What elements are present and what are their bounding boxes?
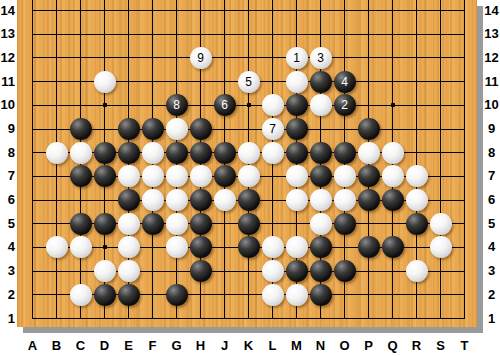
column-label-M: M — [286, 338, 308, 353]
stone-H12[interactable]: 9 — [190, 47, 212, 69]
move-number: 6 — [221, 94, 228, 116]
stone-E6[interactable] — [118, 189, 140, 211]
stone-M4[interactable] — [286, 236, 308, 258]
stone-L2[interactable] — [262, 284, 284, 306]
column-label-A: A — [22, 338, 44, 353]
stone-K11[interactable]: 5 — [238, 71, 260, 93]
stone-J8[interactable] — [214, 142, 236, 164]
stone-M2[interactable] — [286, 284, 308, 306]
stone-O11[interactable]: 4 — [334, 71, 356, 93]
row-label-left-3: 3 — [0, 263, 16, 279]
stone-H7[interactable] — [190, 165, 212, 187]
stone-O3[interactable] — [334, 260, 356, 282]
stone-J7[interactable] — [214, 165, 236, 187]
stone-H4[interactable] — [190, 236, 212, 258]
grid-line-horizontal — [32, 318, 465, 319]
row-label-right-5: 5 — [484, 216, 499, 232]
move-number: 7 — [269, 118, 276, 140]
row-label-right-11: 11 — [484, 74, 499, 90]
move-number: 5 — [245, 71, 252, 93]
stone-C5[interactable] — [70, 213, 92, 235]
grid-line-horizontal — [32, 10, 465, 11]
stone-E4[interactable] — [118, 236, 140, 258]
stone-M7[interactable] — [286, 165, 308, 187]
stone-P7[interactable] — [358, 165, 380, 187]
row-label-right-9: 9 — [484, 121, 499, 137]
row-label-right-2: 2 — [484, 287, 499, 303]
row-label-right-10: 10 — [484, 97, 499, 113]
grid-line-horizontal — [32, 129, 465, 130]
stone-P9[interactable] — [358, 118, 380, 140]
stone-K5[interactable] — [238, 213, 260, 235]
grid-line-horizontal — [32, 34, 465, 35]
column-label-L: L — [262, 338, 284, 353]
stone-E2[interactable] — [118, 284, 140, 306]
stone-N6[interactable] — [310, 189, 332, 211]
row-label-left-5: 5 — [0, 216, 16, 232]
stone-J6[interactable] — [214, 189, 236, 211]
column-label-Q: Q — [382, 338, 404, 353]
go-diagram-screen: 913548627 1413121110987654321 1413121110… — [0, 0, 500, 356]
stone-M3[interactable] — [286, 260, 308, 282]
stone-K6[interactable] — [238, 189, 260, 211]
row-label-right-14: 14 — [484, 3, 499, 19]
stone-L8[interactable] — [262, 142, 284, 164]
star-point — [391, 103, 395, 107]
row-label-left-10: 10 — [0, 97, 16, 113]
stone-D8[interactable] — [94, 142, 116, 164]
move-number: 1 — [293, 47, 300, 69]
column-label-R: R — [406, 338, 428, 353]
stone-H6[interactable] — [190, 189, 212, 211]
stone-D2[interactable] — [94, 284, 116, 306]
stone-P4[interactable] — [358, 236, 380, 258]
row-label-right-12: 12 — [484, 50, 499, 66]
column-label-D: D — [94, 338, 116, 353]
column-label-K: K — [238, 338, 260, 353]
stone-L10[interactable] — [262, 94, 284, 116]
stone-F8[interactable] — [142, 142, 164, 164]
column-label-P: P — [358, 338, 380, 353]
move-number: 2 — [341, 94, 348, 116]
stone-C9[interactable] — [70, 118, 92, 140]
row-label-left-8: 8 — [0, 145, 16, 161]
row-label-left-1: 1 — [0, 311, 16, 327]
star-point — [103, 103, 107, 107]
stone-R5[interactable] — [406, 213, 428, 235]
column-label-O: O — [334, 338, 356, 353]
stone-L4[interactable] — [262, 236, 284, 258]
stone-F7[interactable] — [142, 165, 164, 187]
stone-H5[interactable] — [190, 213, 212, 235]
stone-O7[interactable] — [334, 165, 356, 187]
stone-M12[interactable]: 1 — [286, 47, 308, 69]
stone-H9[interactable] — [190, 118, 212, 140]
stone-Q8[interactable] — [382, 142, 404, 164]
stone-C8[interactable] — [70, 142, 92, 164]
stone-M10[interactable] — [286, 94, 308, 116]
stone-F5[interactable] — [142, 213, 164, 235]
stone-R3[interactable] — [406, 260, 428, 282]
stone-O5[interactable] — [334, 213, 356, 235]
column-label-S: S — [430, 338, 452, 353]
stone-S4[interactable] — [430, 236, 452, 258]
row-label-right-6: 6 — [484, 192, 499, 208]
row-label-left-14: 14 — [0, 3, 16, 19]
move-number: 9 — [197, 47, 204, 69]
stone-D7[interactable] — [94, 165, 116, 187]
stone-G9[interactable] — [166, 118, 188, 140]
stone-N3[interactable] — [310, 260, 332, 282]
stone-P8[interactable] — [358, 142, 380, 164]
stone-G10[interactable]: 8 — [166, 94, 188, 116]
stone-M11[interactable] — [286, 71, 308, 93]
row-label-left-11: 11 — [0, 74, 16, 90]
stone-M9[interactable] — [286, 118, 308, 140]
column-label-B: B — [46, 338, 68, 353]
row-label-left-4: 4 — [0, 239, 16, 255]
stone-G6[interactable] — [166, 189, 188, 211]
stone-H8[interactable] — [190, 142, 212, 164]
stone-G5[interactable] — [166, 213, 188, 235]
row-label-left-12: 12 — [0, 50, 16, 66]
move-number: 4 — [341, 71, 348, 93]
stone-E9[interactable] — [118, 118, 140, 140]
stone-S5[interactable] — [430, 213, 452, 235]
stone-O10[interactable]: 2 — [334, 94, 356, 116]
stone-E7[interactable] — [118, 165, 140, 187]
row-label-right-7: 7 — [484, 168, 499, 184]
stone-L3[interactable] — [262, 260, 284, 282]
grid-line-horizontal — [32, 57, 465, 58]
stone-K7[interactable] — [238, 165, 260, 187]
column-label-E: E — [118, 338, 140, 353]
stone-O8[interactable] — [334, 142, 356, 164]
column-label-F: F — [142, 338, 164, 353]
column-label-G: G — [166, 338, 188, 353]
stone-O6[interactable] — [334, 189, 356, 211]
stone-D3[interactable] — [94, 260, 116, 282]
stone-F9[interactable] — [142, 118, 164, 140]
stone-G7[interactable] — [166, 165, 188, 187]
stone-Q6[interactable] — [382, 189, 404, 211]
row-label-left-7: 7 — [0, 168, 16, 184]
stone-D11[interactable] — [94, 71, 116, 93]
stone-R6[interactable] — [406, 189, 428, 211]
stone-G8[interactable] — [166, 142, 188, 164]
stone-G4[interactable] — [166, 236, 188, 258]
row-label-right-8: 8 — [484, 145, 499, 161]
row-label-right-4: 4 — [484, 239, 499, 255]
stone-N5[interactable] — [310, 213, 332, 235]
row-label-left-13: 13 — [0, 26, 16, 42]
stone-M6[interactable] — [286, 189, 308, 211]
row-label-right-1: 1 — [484, 311, 499, 327]
stone-N8[interactable] — [310, 142, 332, 164]
stone-N11[interactable] — [310, 71, 332, 93]
stone-N10[interactable] — [310, 94, 332, 116]
move-number: 3 — [317, 47, 324, 69]
stone-C7[interactable] — [70, 165, 92, 187]
stone-P6[interactable] — [358, 189, 380, 211]
move-number: 8 — [173, 94, 180, 116]
stone-K4[interactable] — [238, 236, 260, 258]
stone-N2[interactable] — [310, 284, 332, 306]
stone-E8[interactable] — [118, 142, 140, 164]
column-label-T: T — [454, 338, 476, 353]
stone-J10[interactable]: 6 — [214, 94, 236, 116]
stone-D5[interactable] — [94, 213, 116, 235]
stone-E5[interactable] — [118, 213, 140, 235]
stone-K8[interactable] — [238, 142, 260, 164]
stone-M8[interactable] — [286, 142, 308, 164]
stone-N12[interactable]: 3 — [310, 47, 332, 69]
stone-C2[interactable] — [70, 284, 92, 306]
star-point — [103, 245, 107, 249]
column-label-H: H — [190, 338, 212, 353]
stone-L9[interactable]: 7 — [262, 118, 284, 140]
stone-N4[interactable] — [310, 236, 332, 258]
column-label-J: J — [214, 338, 236, 353]
column-label-N: N — [310, 338, 332, 353]
star-point — [247, 103, 251, 107]
stone-E3[interactable] — [118, 260, 140, 282]
row-label-right-3: 3 — [484, 263, 499, 279]
row-label-left-2: 2 — [0, 287, 16, 303]
stone-H3[interactable] — [190, 260, 212, 282]
stone-C4[interactable] — [70, 236, 92, 258]
stone-B8[interactable] — [46, 142, 68, 164]
stone-B4[interactable] — [46, 236, 68, 258]
stone-R7[interactable] — [406, 165, 428, 187]
row-label-right-13: 13 — [484, 26, 499, 42]
stone-G2[interactable] — [166, 284, 188, 306]
stone-Q4[interactable] — [382, 236, 404, 258]
row-label-left-9: 9 — [0, 121, 16, 137]
stone-N7[interactable] — [310, 165, 332, 187]
column-label-C: C — [70, 338, 92, 353]
stone-Q7[interactable] — [382, 165, 404, 187]
row-label-left-6: 6 — [0, 192, 16, 208]
stone-F6[interactable] — [142, 189, 164, 211]
